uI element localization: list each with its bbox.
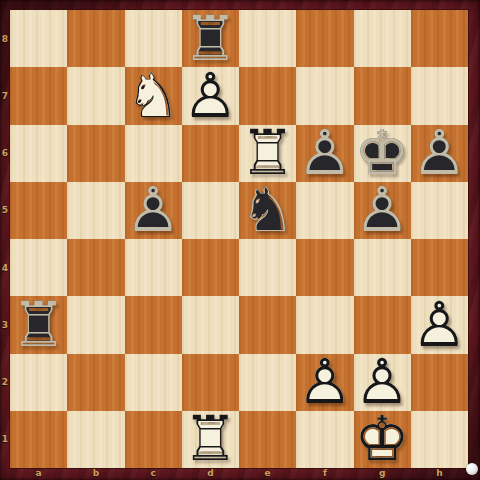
square-e4[interactable]: [239, 239, 296, 296]
white-pawn[interactable]: ♟: [354, 354, 411, 411]
square-b1[interactable]: [67, 411, 124, 468]
square-b2[interactable]: [67, 354, 124, 411]
black-pawn-outline: ♙: [354, 182, 411, 239]
white-knight[interactable]: ♞: [125, 67, 182, 124]
square-b6[interactable]: [67, 125, 124, 182]
black-rook[interactable]: ♜: [10, 296, 67, 353]
white-pawn-outline: ♙: [354, 354, 411, 411]
chess-board[interactable]: ♜♖♞♘♟♙♜♖♟♙♚♔♟♙♟♙♞♘♟♙♜♖♟♙♟♙♟♙♜♖♚♔: [10, 10, 468, 468]
square-a2[interactable]: [10, 354, 67, 411]
square-g4[interactable]: [354, 239, 411, 296]
square-h8[interactable]: [411, 10, 468, 67]
black-pawn-outline: ♙: [411, 125, 468, 182]
white-king[interactable]: ♚: [354, 411, 411, 468]
black-king[interactable]: ♚: [354, 125, 411, 182]
square-b4[interactable]: [67, 239, 124, 296]
rank-labels: 87654321: [0, 10, 10, 468]
square-f4[interactable]: [296, 239, 353, 296]
file-label-c: c: [125, 466, 182, 480]
file-label-a: a: [10, 466, 67, 480]
side-to-move-indicator: [466, 463, 478, 475]
square-e2[interactable]: [239, 354, 296, 411]
square-f2[interactable]: ♟♙: [296, 354, 353, 411]
square-a4[interactable]: [10, 239, 67, 296]
square-g3[interactable]: [354, 296, 411, 353]
square-c7[interactable]: ♞♘: [125, 67, 182, 124]
square-h5[interactable]: [411, 182, 468, 239]
file-label-f: f: [296, 466, 353, 480]
square-e3[interactable]: [239, 296, 296, 353]
square-h4[interactable]: [411, 239, 468, 296]
square-c1[interactable]: [125, 411, 182, 468]
file-label-e: e: [239, 466, 296, 480]
rank-label-3: 3: [0, 296, 10, 353]
chess-board-frame: 87654321 abcdefgh ♜♖♞♘♟♙♜♖♟♙♚♔♟♙♟♙♞♘♟♙♜♖…: [0, 0, 480, 480]
square-d2[interactable]: [182, 354, 239, 411]
square-d8[interactable]: ♜♖: [182, 10, 239, 67]
square-f7[interactable]: [296, 67, 353, 124]
square-e6[interactable]: ♜♖: [239, 125, 296, 182]
file-label-g: g: [354, 466, 411, 480]
file-label-b: b: [67, 466, 124, 480]
white-pawn[interactable]: ♟: [182, 67, 239, 124]
square-d5[interactable]: [182, 182, 239, 239]
square-b3[interactable]: [67, 296, 124, 353]
square-h3[interactable]: ♟♙: [411, 296, 468, 353]
square-g8[interactable]: [354, 10, 411, 67]
square-f8[interactable]: [296, 10, 353, 67]
white-pawn[interactable]: ♟: [296, 354, 353, 411]
rank-label-2: 2: [0, 354, 10, 411]
file-label-h: h: [411, 466, 468, 480]
square-d7[interactable]: ♟♙: [182, 67, 239, 124]
black-pawn[interactable]: ♟: [411, 125, 468, 182]
black-rook-outline: ♖: [10, 296, 67, 353]
white-pawn-outline: ♙: [182, 67, 239, 124]
black-pawn[interactable]: ♟: [354, 182, 411, 239]
rank-label-4: 4: [0, 239, 10, 296]
square-f6[interactable]: ♟♙: [296, 125, 353, 182]
square-b8[interactable]: [67, 10, 124, 67]
square-f3[interactable]: [296, 296, 353, 353]
white-king-outline: ♔: [354, 411, 411, 468]
white-rook-outline: ♖: [239, 125, 296, 182]
white-rook-outline: ♖: [182, 411, 239, 468]
square-e5[interactable]: ♞♘: [239, 182, 296, 239]
white-knight-outline: ♘: [125, 67, 182, 124]
square-a8[interactable]: [10, 10, 67, 67]
white-rook[interactable]: ♜: [239, 125, 296, 182]
black-pawn-outline: ♙: [296, 125, 353, 182]
white-pawn-outline: ♙: [411, 296, 468, 353]
square-g5[interactable]: ♟♙: [354, 182, 411, 239]
black-rook-outline: ♖: [182, 10, 239, 67]
black-king-outline: ♔: [354, 125, 411, 182]
square-h1[interactable]: [411, 411, 468, 468]
file-label-d: d: [182, 466, 239, 480]
rank-label-6: 6: [0, 125, 10, 182]
black-knight-outline: ♘: [239, 182, 296, 239]
white-pawn-outline: ♙: [296, 354, 353, 411]
square-g1[interactable]: ♚♔: [354, 411, 411, 468]
square-b5[interactable]: [67, 182, 124, 239]
black-rook[interactable]: ♜: [182, 10, 239, 67]
square-e8[interactable]: [239, 10, 296, 67]
square-e1[interactable]: [239, 411, 296, 468]
black-pawn[interactable]: ♟: [296, 125, 353, 182]
black-knight[interactable]: ♞: [239, 182, 296, 239]
square-a3[interactable]: ♜♖: [10, 296, 67, 353]
square-c4[interactable]: [125, 239, 182, 296]
square-g7[interactable]: [354, 67, 411, 124]
square-a7[interactable]: [10, 67, 67, 124]
square-c5[interactable]: ♟♙: [125, 182, 182, 239]
rank-label-7: 7: [0, 67, 10, 124]
square-f5[interactable]: [296, 182, 353, 239]
square-a1[interactable]: [10, 411, 67, 468]
rank-label-1: 1: [0, 411, 10, 468]
square-h6[interactable]: ♟♙: [411, 125, 468, 182]
square-d6[interactable]: [182, 125, 239, 182]
square-a5[interactable]: [10, 182, 67, 239]
white-pawn[interactable]: ♟: [411, 296, 468, 353]
square-c3[interactable]: [125, 296, 182, 353]
square-g6[interactable]: ♚♔: [354, 125, 411, 182]
square-c2[interactable]: [125, 354, 182, 411]
square-f1[interactable]: [296, 411, 353, 468]
square-d1[interactable]: ♜♖: [182, 411, 239, 468]
black-pawn-outline: ♙: [125, 182, 182, 239]
black-pawn[interactable]: ♟: [125, 182, 182, 239]
square-d3[interactable]: [182, 296, 239, 353]
square-g2[interactable]: ♟♙: [354, 354, 411, 411]
square-c8[interactable]: [125, 10, 182, 67]
square-e7[interactable]: [239, 67, 296, 124]
rank-label-5: 5: [0, 182, 10, 239]
rank-label-8: 8: [0, 10, 10, 67]
square-c6[interactable]: [125, 125, 182, 182]
square-a6[interactable]: [10, 125, 67, 182]
file-labels: abcdefgh: [10, 466, 468, 480]
square-b7[interactable]: [67, 67, 124, 124]
square-d4[interactable]: [182, 239, 239, 296]
square-h7[interactable]: [411, 67, 468, 124]
white-rook[interactable]: ♜: [182, 411, 239, 468]
square-h2[interactable]: [411, 354, 468, 411]
